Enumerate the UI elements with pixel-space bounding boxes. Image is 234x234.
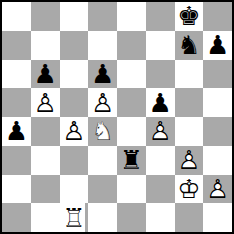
piece-white-pawn: ♟♙ — [31, 88, 60, 117]
square-d5[interactable]: ♟♙ — [88, 88, 117, 117]
square-a7[interactable] — [2, 31, 31, 60]
square-b2[interactable] — [31, 175, 60, 204]
piece-black-pawn: ♟ — [203, 31, 232, 60]
square-f5[interactable]: ♟ — [146, 88, 175, 117]
square-f4[interactable]: ♟♙ — [146, 117, 175, 146]
piece-white-king: ♚♔ — [175, 175, 204, 204]
square-d1[interactable] — [88, 203, 117, 232]
square-f6[interactable] — [146, 60, 175, 89]
square-c7[interactable] — [60, 31, 89, 60]
square-d6[interactable]: ♟ — [88, 60, 117, 89]
square-c4[interactable]: ♟♙ — [60, 117, 89, 146]
chess-board: ♚♞♟♟♟♟♙♟♙♟♟♟♙♞♘♟♙♜♟♙♚♔♟♙♜♖ — [2, 2, 232, 232]
square-h2[interactable]: ♟♙ — [203, 175, 232, 204]
piece-black-king: ♚ — [175, 2, 204, 31]
square-g5[interactable] — [175, 88, 204, 117]
square-d7[interactable] — [88, 31, 117, 60]
piece-black-pawn: ♟ — [31, 60, 60, 89]
square-e4[interactable] — [117, 117, 146, 146]
square-f3[interactable] — [146, 146, 175, 175]
square-f2[interactable] — [146, 175, 175, 204]
piece-white-pawn: ♟♙ — [175, 146, 204, 175]
square-c5[interactable] — [60, 88, 89, 117]
square-h3[interactable] — [203, 146, 232, 175]
square-c3[interactable] — [60, 146, 89, 175]
square-a6[interactable] — [2, 60, 31, 89]
square-a4[interactable]: ♟ — [2, 117, 31, 146]
square-a1[interactable] — [2, 203, 31, 232]
square-b8[interactable] — [31, 2, 60, 31]
square-e1[interactable] — [117, 203, 146, 232]
square-f1[interactable] — [146, 203, 175, 232]
square-g8[interactable]: ♚ — [175, 2, 204, 31]
square-h4[interactable] — [203, 117, 232, 146]
square-h7[interactable]: ♟ — [203, 31, 232, 60]
square-f8[interactable] — [146, 2, 175, 31]
piece-black-pawn: ♟ — [88, 60, 117, 89]
piece-black-pawn: ♟ — [146, 88, 175, 117]
square-c1[interactable]: ♜♖ — [60, 203, 89, 232]
square-h6[interactable] — [203, 60, 232, 89]
piece-white-pawn: ♟♙ — [203, 175, 232, 204]
square-f7[interactable] — [146, 31, 175, 60]
piece-white-pawn: ♟♙ — [146, 117, 175, 146]
square-g7[interactable]: ♞ — [175, 31, 204, 60]
piece-black-knight: ♞ — [175, 31, 204, 60]
piece-white-pawn: ♟♙ — [60, 117, 89, 146]
square-d8[interactable] — [88, 2, 117, 31]
piece-white-rook: ♜♖ — [60, 203, 89, 232]
piece-white-pawn: ♟♙ — [88, 88, 117, 117]
piece-black-pawn: ♟ — [2, 117, 31, 146]
square-c2[interactable] — [60, 175, 89, 204]
square-g2[interactable]: ♚♔ — [175, 175, 204, 204]
square-g4[interactable] — [175, 117, 204, 146]
square-a3[interactable] — [2, 146, 31, 175]
piece-white-knight: ♞♘ — [88, 117, 117, 146]
square-g1[interactable] — [175, 203, 204, 232]
square-b3[interactable] — [31, 146, 60, 175]
square-d3[interactable] — [88, 146, 117, 175]
piece-black-rook: ♜ — [117, 146, 146, 175]
square-c8[interactable] — [60, 2, 89, 31]
square-h8[interactable] — [203, 2, 232, 31]
square-e8[interactable] — [117, 2, 146, 31]
square-g6[interactable] — [175, 60, 204, 89]
square-a5[interactable] — [2, 88, 31, 117]
square-e6[interactable] — [117, 60, 146, 89]
square-c6[interactable] — [60, 60, 89, 89]
square-e7[interactable] — [117, 31, 146, 60]
square-b5[interactable]: ♟♙ — [31, 88, 60, 117]
square-a2[interactable] — [2, 175, 31, 204]
square-h1[interactable] — [203, 203, 232, 232]
square-d4[interactable]: ♞♘ — [88, 117, 117, 146]
square-b6[interactable]: ♟ — [31, 60, 60, 89]
square-a8[interactable] — [2, 2, 31, 31]
square-d2[interactable] — [88, 175, 117, 204]
square-e2[interactable] — [117, 175, 146, 204]
square-b1[interactable] — [31, 203, 60, 232]
chess-board-frame: ♚♞♟♟♟♟♙♟♙♟♟♟♙♞♘♟♙♜♟♙♚♔♟♙♜♖ — [0, 0, 234, 234]
square-b7[interactable] — [31, 31, 60, 60]
square-h5[interactable] — [203, 88, 232, 117]
square-g3[interactable]: ♟♙ — [175, 146, 204, 175]
square-e3[interactable]: ♜ — [117, 146, 146, 175]
square-e5[interactable] — [117, 88, 146, 117]
square-b4[interactable] — [31, 117, 60, 146]
